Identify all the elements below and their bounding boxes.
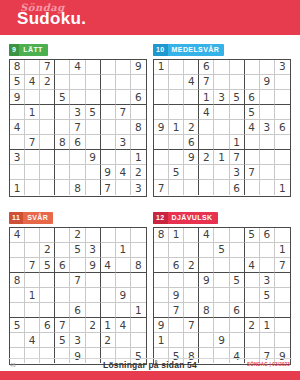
- sudoku-cell[interactable]: [101, 150, 116, 165]
- sudoku-cell[interactable]: 7: [101, 180, 116, 195]
- sudoku-cell[interactable]: [10, 333, 25, 348]
- sudoku-cell[interactable]: [101, 90, 116, 105]
- sudoku-cell[interactable]: [230, 60, 245, 75]
- sudoku-cell[interactable]: 7: [55, 318, 70, 333]
- sudoku-cell[interactable]: [230, 120, 245, 135]
- sudoku-cell[interactable]: [154, 165, 169, 180]
- sudoku-cell[interactable]: [101, 303, 116, 318]
- sudoku-cell[interactable]: 8: [154, 228, 169, 243]
- sudoku-cell[interactable]: [40, 90, 55, 105]
- sudoku-cell[interactable]: 5: [245, 105, 260, 120]
- sudoku-cell[interactable]: [116, 75, 131, 90]
- sudoku-cell[interactable]: 9: [154, 120, 169, 135]
- sudoku-cell[interactable]: 3: [116, 135, 131, 150]
- sudoku-cell[interactable]: 4: [184, 75, 199, 90]
- sudoku-cell[interactable]: [55, 75, 70, 90]
- sudoku-cell[interactable]: 6: [245, 90, 260, 105]
- sudoku-cell[interactable]: 3: [70, 333, 85, 348]
- sudoku-cell[interactable]: [245, 333, 260, 348]
- sudoku-cell[interactable]: [199, 288, 214, 303]
- sudoku-cell[interactable]: [154, 273, 169, 288]
- sudoku-cell[interactable]: [131, 273, 146, 288]
- sudoku-cell[interactable]: [55, 243, 70, 258]
- sudoku-cell[interactable]: 6: [260, 228, 275, 243]
- sudoku-cell[interactable]: [214, 180, 229, 195]
- sudoku-cell[interactable]: 6: [199, 60, 214, 75]
- sudoku-cell[interactable]: 6: [275, 120, 290, 135]
- sudoku-cell[interactable]: [101, 75, 116, 90]
- sudoku-cell[interactable]: [10, 165, 25, 180]
- sudoku-cell[interactable]: [131, 75, 146, 90]
- sudoku-cell[interactable]: [260, 135, 275, 150]
- sudoku-cell[interactable]: [275, 288, 290, 303]
- sudoku-cell[interactable]: [260, 258, 275, 273]
- sudoku-cell[interactable]: 2: [245, 318, 260, 333]
- sudoku-cell[interactable]: 3: [131, 180, 146, 195]
- sudoku-cell[interactable]: [184, 303, 199, 318]
- sudoku-cell[interactable]: 9: [260, 75, 275, 90]
- sudoku-cell[interactable]: 7: [169, 303, 184, 318]
- sudoku-cell[interactable]: [214, 318, 229, 333]
- sudoku-cell[interactable]: 5: [10, 75, 25, 90]
- sudoku-cell[interactable]: 8: [70, 180, 85, 195]
- sudoku-cell[interactable]: [260, 60, 275, 75]
- sudoku-cell[interactable]: [214, 60, 229, 75]
- sudoku-cell[interactable]: 8: [131, 258, 146, 273]
- sudoku-cell[interactable]: 1: [169, 120, 184, 135]
- sudoku-cell[interactable]: 7: [70, 273, 85, 288]
- sudoku-cell[interactable]: [214, 303, 229, 318]
- sudoku-cell[interactable]: [40, 120, 55, 135]
- sudoku-cell[interactable]: [116, 228, 131, 243]
- sudoku-cell[interactable]: 1: [169, 228, 184, 243]
- sudoku-cell[interactable]: 9: [131, 60, 146, 75]
- sudoku-cell[interactable]: 1: [131, 150, 146, 165]
- sudoku-cell[interactable]: [25, 90, 40, 105]
- sudoku-cell[interactable]: [86, 303, 101, 318]
- sudoku-cell[interactable]: [86, 228, 101, 243]
- sudoku-cell[interactable]: [86, 288, 101, 303]
- sudoku-cell[interactable]: [169, 273, 184, 288]
- sudoku-cell[interactable]: [25, 273, 40, 288]
- sudoku-cell[interactable]: [86, 60, 101, 75]
- sudoku-cell[interactable]: [10, 258, 25, 273]
- sudoku-cell[interactable]: 9: [10, 90, 25, 105]
- sudoku-cell[interactable]: [55, 273, 70, 288]
- sudoku-cell[interactable]: 7: [70, 120, 85, 135]
- sudoku-cell[interactable]: 2: [86, 318, 101, 333]
- sudoku-cell[interactable]: [101, 288, 116, 303]
- sudoku-cell[interactable]: 6: [230, 303, 245, 318]
- sudoku-cell[interactable]: [116, 60, 131, 75]
- sudoku-cell[interactable]: [40, 180, 55, 195]
- sudoku-cell[interactable]: [101, 105, 116, 120]
- sudoku-cell[interactable]: [154, 303, 169, 318]
- sudoku-cell[interactable]: [101, 135, 116, 150]
- sudoku-cell[interactable]: [40, 228, 55, 243]
- sudoku-cell[interactable]: [116, 150, 131, 165]
- sudoku-cell[interactable]: [101, 120, 116, 135]
- sudoku-cell[interactable]: 3: [10, 150, 25, 165]
- sudoku-cell[interactable]: [275, 318, 290, 333]
- sudoku-cell[interactable]: [275, 228, 290, 243]
- sudoku-cell[interactable]: [40, 273, 55, 288]
- sudoku-cell[interactable]: [169, 150, 184, 165]
- sudoku-cell[interactable]: 5: [10, 318, 25, 333]
- sudoku-cell[interactable]: 4: [245, 258, 260, 273]
- sudoku-cell[interactable]: [131, 105, 146, 120]
- sudoku-cell[interactable]: 7: [245, 165, 260, 180]
- sudoku-cell[interactable]: 5: [245, 228, 260, 243]
- sudoku-cell[interactable]: [40, 150, 55, 165]
- sudoku-cell[interactable]: [10, 243, 25, 258]
- sudoku-cell[interactable]: 1: [25, 105, 40, 120]
- sudoku-cell[interactable]: [40, 333, 55, 348]
- sudoku-cell[interactable]: [131, 228, 146, 243]
- sudoku-cell[interactable]: [230, 288, 245, 303]
- sudoku-cell[interactable]: [101, 243, 116, 258]
- sudoku-cell[interactable]: 4: [245, 120, 260, 135]
- sudoku-cell[interactable]: 7: [184, 318, 199, 333]
- sudoku-cell[interactable]: [169, 75, 184, 90]
- sudoku-cell[interactable]: 5: [230, 90, 245, 105]
- sudoku-cell[interactable]: [55, 150, 70, 165]
- sudoku-cell[interactable]: 4: [25, 75, 40, 90]
- sudoku-cell[interactable]: 9: [199, 273, 214, 288]
- sudoku-cell[interactable]: [245, 288, 260, 303]
- sudoku-cell[interactable]: [184, 90, 199, 105]
- sudoku-cell[interactable]: [86, 180, 101, 195]
- sudoku-cell[interactable]: [184, 165, 199, 180]
- sudoku-cell[interactable]: 8: [131, 120, 146, 135]
- sudoku-cell[interactable]: [199, 180, 214, 195]
- sudoku-cell[interactable]: [116, 180, 131, 195]
- sudoku-cell[interactable]: 2: [184, 258, 199, 273]
- sudoku-cell[interactable]: [116, 120, 131, 135]
- sudoku-cell[interactable]: [199, 258, 214, 273]
- sudoku-cell[interactable]: [116, 333, 131, 348]
- sudoku-cell[interactable]: 1: [131, 303, 146, 318]
- sudoku-cell[interactable]: [86, 120, 101, 135]
- sudoku-cell[interactable]: 5: [70, 243, 85, 258]
- sudoku-cell[interactable]: 2: [40, 243, 55, 258]
- sudoku-cell[interactable]: [131, 318, 146, 333]
- sudoku-cell[interactable]: [86, 165, 101, 180]
- sudoku-cell[interactable]: [199, 135, 214, 150]
- sudoku-cell[interactable]: [275, 75, 290, 90]
- sudoku-cell[interactable]: [260, 90, 275, 105]
- sudoku-cell[interactable]: [245, 180, 260, 195]
- sudoku-cell[interactable]: [70, 75, 85, 90]
- sudoku-cell[interactable]: [10, 303, 25, 318]
- sudoku-cell[interactable]: [184, 105, 199, 120]
- sudoku-cell[interactable]: [214, 288, 229, 303]
- sudoku-cell[interactable]: [86, 135, 101, 150]
- sudoku-cell[interactable]: [230, 318, 245, 333]
- sudoku-cell[interactable]: [55, 120, 70, 135]
- sudoku-cell[interactable]: [169, 180, 184, 195]
- sudoku-cell[interactable]: 7: [116, 105, 131, 120]
- sudoku-cell[interactable]: 2: [40, 75, 55, 90]
- sudoku-cell[interactable]: [214, 258, 229, 273]
- sudoku-cell[interactable]: [169, 135, 184, 150]
- sudoku-cell[interactable]: [230, 333, 245, 348]
- sudoku-cell[interactable]: 8: [10, 60, 25, 75]
- sudoku-cell[interactable]: 9: [86, 150, 101, 165]
- sudoku-cell[interactable]: [230, 75, 245, 90]
- sudoku-cell[interactable]: [154, 75, 169, 90]
- sudoku-cell[interactable]: [275, 165, 290, 180]
- sudoku-cell[interactable]: [154, 105, 169, 120]
- sudoku-cell[interactable]: 9: [214, 333, 229, 348]
- sudoku-cell[interactable]: 8: [10, 273, 25, 288]
- sudoku-cell[interactable]: [25, 180, 40, 195]
- sudoku-cell[interactable]: [199, 243, 214, 258]
- sudoku-cell[interactable]: [25, 150, 40, 165]
- sudoku-cell[interactable]: 2: [131, 165, 146, 180]
- sudoku-cell[interactable]: [184, 228, 199, 243]
- sudoku-cell[interactable]: [275, 303, 290, 318]
- sudoku-cell[interactable]: 6: [70, 135, 85, 150]
- sudoku-cell[interactable]: [116, 90, 131, 105]
- sudoku-cell[interactable]: [131, 288, 146, 303]
- sudoku-cell[interactable]: [275, 150, 290, 165]
- sudoku-cell[interactable]: [40, 135, 55, 150]
- sudoku-cell[interactable]: 3: [214, 90, 229, 105]
- sudoku-cell[interactable]: 3: [230, 165, 245, 180]
- sudoku-cell[interactable]: 2: [101, 333, 116, 348]
- sudoku-cell[interactable]: 8: [55, 135, 70, 150]
- sudoku-cell[interactable]: 4: [101, 258, 116, 273]
- sudoku-cell[interactable]: [184, 288, 199, 303]
- sudoku-cell[interactable]: 9: [154, 318, 169, 333]
- sudoku-cell[interactable]: [199, 333, 214, 348]
- sudoku-cell[interactable]: [70, 150, 85, 165]
- sudoku-cell[interactable]: [199, 165, 214, 180]
- sudoku-cell[interactable]: [25, 243, 40, 258]
- sudoku-cell[interactable]: [55, 228, 70, 243]
- sudoku-cell[interactable]: [55, 288, 70, 303]
- sudoku-cell[interactable]: 4: [116, 318, 131, 333]
- sudoku-cell[interactable]: [184, 60, 199, 75]
- sudoku-cell[interactable]: 6: [55, 258, 70, 273]
- sudoku-cell[interactable]: [154, 90, 169, 105]
- sudoku-cell[interactable]: 6: [70, 303, 85, 318]
- sudoku-cell[interactable]: [184, 180, 199, 195]
- sudoku-cell[interactable]: 7: [199, 75, 214, 90]
- sudoku-cell[interactable]: [184, 273, 199, 288]
- sudoku-cell[interactable]: [86, 75, 101, 90]
- sudoku-cell[interactable]: 5: [55, 333, 70, 348]
- sudoku-cell[interactable]: [169, 333, 184, 348]
- sudoku-cell[interactable]: [25, 303, 40, 318]
- sudoku-cell[interactable]: 2: [199, 150, 214, 165]
- sudoku-cell[interactable]: 1: [101, 318, 116, 333]
- sudoku-cell[interactable]: [245, 60, 260, 75]
- sudoku-cell[interactable]: 1: [10, 180, 25, 195]
- sudoku-cell[interactable]: [86, 333, 101, 348]
- sudoku-cell[interactable]: 5: [260, 288, 275, 303]
- sudoku-cell[interactable]: [116, 303, 131, 318]
- sudoku-cell[interactable]: 4: [10, 228, 25, 243]
- sudoku-cell[interactable]: [154, 288, 169, 303]
- sudoku-cell[interactable]: [260, 105, 275, 120]
- sudoku-cell[interactable]: 3: [86, 243, 101, 258]
- sudoku-cell[interactable]: 6: [184, 135, 199, 150]
- sudoku-cell[interactable]: [260, 165, 275, 180]
- sudoku-cell[interactable]: [55, 303, 70, 318]
- sudoku-cell[interactable]: [10, 135, 25, 150]
- sudoku-cell[interactable]: [214, 135, 229, 150]
- sudoku-cell[interactable]: [116, 273, 131, 288]
- sudoku-cell[interactable]: [169, 105, 184, 120]
- sudoku-cell[interactable]: [169, 318, 184, 333]
- sudoku-cell[interactable]: [260, 333, 275, 348]
- sudoku-cell[interactable]: [245, 303, 260, 318]
- sudoku-cell[interactable]: 3: [275, 60, 290, 75]
- sudoku-cell[interactable]: [154, 135, 169, 150]
- sudoku-cell[interactable]: [184, 333, 199, 348]
- sudoku-cell[interactable]: [70, 90, 85, 105]
- sudoku-cell[interactable]: 5: [86, 105, 101, 120]
- sudoku-cell[interactable]: [86, 90, 101, 105]
- sudoku-cell[interactable]: 3: [260, 273, 275, 288]
- sudoku-cell[interactable]: 1: [214, 150, 229, 165]
- sudoku-cell[interactable]: 4: [10, 120, 25, 135]
- sudoku-cell[interactable]: 7: [25, 258, 40, 273]
- sudoku-cell[interactable]: 6: [131, 90, 146, 105]
- sudoku-cell[interactable]: 4: [70, 60, 85, 75]
- sudoku-cell[interactable]: [260, 180, 275, 195]
- sudoku-cell[interactable]: 7: [25, 135, 40, 150]
- sudoku-cell[interactable]: [70, 165, 85, 180]
- sudoku-cell[interactable]: 6: [169, 258, 184, 273]
- sudoku-cell[interactable]: [230, 228, 245, 243]
- sudoku-cell[interactable]: [275, 90, 290, 105]
- sudoku-cell[interactable]: [214, 228, 229, 243]
- sudoku-cell[interactable]: 6: [40, 318, 55, 333]
- sudoku-cell[interactable]: [25, 120, 40, 135]
- sudoku-cell[interactable]: [10, 105, 25, 120]
- sudoku-cell[interactable]: [214, 75, 229, 90]
- sudoku-cell[interactable]: 1: [154, 333, 169, 348]
- sudoku-cell[interactable]: [275, 105, 290, 120]
- sudoku-cell[interactable]: 4: [116, 165, 131, 180]
- sudoku-cell[interactable]: [230, 243, 245, 258]
- sudoku-cell[interactable]: 7: [230, 150, 245, 165]
- sudoku-cell[interactable]: [25, 318, 40, 333]
- sudoku-cell[interactable]: [199, 120, 214, 135]
- sudoku-cell[interactable]: 5: [169, 165, 184, 180]
- sudoku-cell[interactable]: [260, 243, 275, 258]
- sudoku-cell[interactable]: [154, 258, 169, 273]
- sudoku-cell[interactable]: [55, 60, 70, 75]
- sudoku-cell[interactable]: [154, 150, 169, 165]
- sudoku-cell[interactable]: [70, 288, 85, 303]
- sudoku-cell[interactable]: [169, 243, 184, 258]
- sudoku-cell[interactable]: 1: [25, 288, 40, 303]
- sudoku-cell[interactable]: 5: [214, 243, 229, 258]
- sudoku-cell[interactable]: 3: [260, 120, 275, 135]
- sudoku-cell[interactable]: [199, 318, 214, 333]
- sudoku-cell[interactable]: 8: [199, 303, 214, 318]
- sudoku-cell[interactable]: 1: [116, 243, 131, 258]
- sudoku-cell[interactable]: [86, 273, 101, 288]
- sudoku-cell[interactable]: 5: [40, 258, 55, 273]
- sudoku-cell[interactable]: 9: [116, 288, 131, 303]
- sudoku-cell[interactable]: 7: [154, 180, 169, 195]
- sudoku-cell[interactable]: [214, 165, 229, 180]
- sudoku-cell[interactable]: 1: [275, 180, 290, 195]
- sudoku-cell[interactable]: [101, 273, 116, 288]
- sudoku-cell[interactable]: [40, 165, 55, 180]
- sudoku-cell[interactable]: [260, 303, 275, 318]
- sudoku-cell[interactable]: [169, 60, 184, 75]
- sudoku-cell[interactable]: [245, 273, 260, 288]
- sudoku-cell[interactable]: [230, 258, 245, 273]
- sudoku-cell[interactable]: [116, 258, 131, 273]
- sudoku-cell[interactable]: 4: [199, 228, 214, 243]
- sudoku-cell[interactable]: [70, 258, 85, 273]
- sudoku-cell[interactable]: [214, 120, 229, 135]
- sudoku-cell[interactable]: [25, 228, 40, 243]
- sudoku-cell[interactable]: [275, 273, 290, 288]
- sudoku-cell[interactable]: 6: [230, 180, 245, 195]
- sudoku-cell[interactable]: 1: [260, 318, 275, 333]
- sudoku-cell[interactable]: [214, 273, 229, 288]
- sudoku-cell[interactable]: 4: [199, 105, 214, 120]
- sudoku-cell[interactable]: [40, 288, 55, 303]
- sudoku-cell[interactable]: [245, 243, 260, 258]
- sudoku-cell[interactable]: [40, 303, 55, 318]
- sudoku-cell[interactable]: [101, 60, 116, 75]
- sudoku-cell[interactable]: 2: [184, 120, 199, 135]
- sudoku-cell[interactable]: 1: [199, 90, 214, 105]
- sudoku-cell[interactable]: 2: [70, 228, 85, 243]
- sudoku-cell[interactable]: [70, 318, 85, 333]
- sudoku-cell[interactable]: [260, 150, 275, 165]
- sudoku-cell[interactable]: 1: [275, 243, 290, 258]
- sudoku-cell[interactable]: [101, 228, 116, 243]
- sudoku-cell[interactable]: 9: [184, 150, 199, 165]
- sudoku-cell[interactable]: 4: [25, 333, 40, 348]
- sudoku-cell[interactable]: [55, 165, 70, 180]
- sudoku-cell[interactable]: [245, 135, 260, 150]
- sudoku-cell[interactable]: 7: [275, 258, 290, 273]
- sudoku-cell[interactable]: 7: [40, 60, 55, 75]
- sudoku-cell[interactable]: [230, 105, 245, 120]
- sudoku-cell[interactable]: [10, 288, 25, 303]
- sudoku-cell[interactable]: [184, 243, 199, 258]
- sudoku-cell[interactable]: [25, 165, 40, 180]
- sudoku-cell[interactable]: 3: [70, 105, 85, 120]
- sudoku-cell[interactable]: [131, 243, 146, 258]
- sudoku-cell[interactable]: [275, 135, 290, 150]
- sudoku-cell[interactable]: [25, 60, 40, 75]
- sudoku-cell[interactable]: [245, 150, 260, 165]
- sudoku-cell[interactable]: 9: [86, 258, 101, 273]
- sudoku-cell[interactable]: 1: [230, 135, 245, 150]
- sudoku-cell[interactable]: [169, 90, 184, 105]
- sudoku-cell[interactable]: [131, 135, 146, 150]
- sudoku-cell[interactable]: 1: [154, 60, 169, 75]
- sudoku-cell[interactable]: [154, 243, 169, 258]
- sudoku-cell[interactable]: [275, 333, 290, 348]
- sudoku-cell[interactable]: 9: [101, 165, 116, 180]
- sudoku-cell[interactable]: [55, 105, 70, 120]
- sudoku-cell[interactable]: [131, 333, 146, 348]
- sudoku-cell[interactable]: 5: [55, 90, 70, 105]
